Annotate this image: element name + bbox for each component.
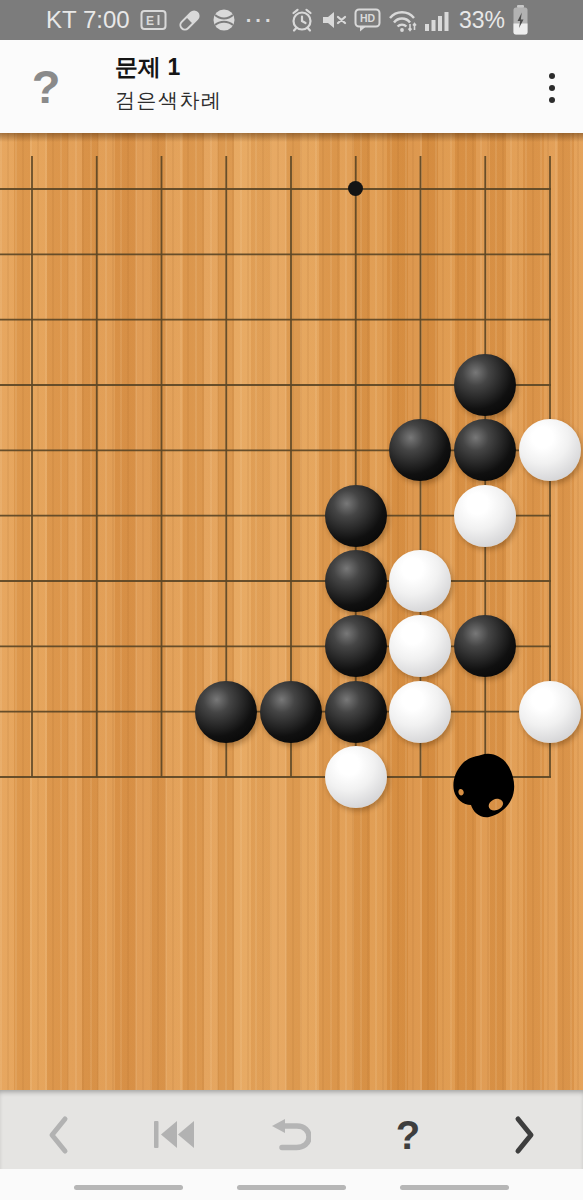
more-notifications-icon: ··· bbox=[246, 0, 275, 40]
white-stone bbox=[519, 419, 581, 481]
svg-text:HD: HD bbox=[360, 12, 376, 24]
black-stone bbox=[195, 681, 257, 743]
undo-button[interactable] bbox=[233, 1090, 350, 1169]
white-stone bbox=[389, 615, 451, 677]
star-point bbox=[348, 181, 363, 196]
carrier-time-text: KT 7:00 bbox=[46, 6, 130, 34]
status-left-group: KT 7:00 E ··· bbox=[46, 0, 275, 40]
notification-ball-icon bbox=[212, 8, 236, 32]
menu-dot bbox=[549, 85, 555, 91]
home-key[interactable] bbox=[237, 1185, 346, 1190]
chevron-left-icon bbox=[46, 1115, 70, 1155]
white-stone bbox=[325, 746, 387, 808]
recents-key[interactable] bbox=[74, 1185, 183, 1190]
black-stone bbox=[260, 681, 322, 743]
next-button[interactable] bbox=[466, 1090, 583, 1169]
stones-grid bbox=[0, 156, 582, 809]
rewind-icon bbox=[154, 1121, 195, 1148]
battery-percent-text: 33% bbox=[459, 7, 505, 34]
menu-dot bbox=[549, 73, 555, 79]
chevron-right-icon bbox=[513, 1115, 537, 1155]
android-navigation-bar bbox=[0, 1169, 583, 1200]
black-stone bbox=[454, 615, 516, 677]
black-stone bbox=[325, 681, 387, 743]
signal-bars-icon bbox=[424, 9, 450, 32]
go-to-start-button[interactable] bbox=[117, 1090, 234, 1169]
question-mark-icon: ? bbox=[396, 1115, 420, 1155]
overflow-menu-button[interactable] bbox=[537, 66, 567, 110]
svg-text:E: E bbox=[146, 14, 154, 28]
white-stone bbox=[519, 681, 581, 743]
status-right-group: HD 33% bbox=[289, 5, 529, 35]
help-button[interactable]: ? bbox=[20, 56, 72, 118]
white-stone bbox=[389, 681, 451, 743]
back-button[interactable] bbox=[0, 1090, 117, 1169]
notification-pill-icon bbox=[177, 8, 202, 33]
black-stone bbox=[325, 615, 387, 677]
battery-charging-icon bbox=[512, 5, 529, 35]
turn-indicator: 검은색차례 bbox=[115, 87, 223, 114]
page-title: 문제 1 bbox=[115, 53, 223, 81]
back-key[interactable] bbox=[400, 1185, 509, 1190]
controls-bar: ? bbox=[0, 1090, 583, 1169]
notification-book-icon: E bbox=[140, 7, 167, 33]
mute-icon bbox=[322, 9, 347, 31]
hint-button[interactable]: ? bbox=[350, 1090, 467, 1169]
go-board[interactable] bbox=[0, 133, 583, 1090]
hd-voice-icon: HD bbox=[354, 8, 381, 33]
black-stone bbox=[325, 550, 387, 612]
alarm-icon bbox=[289, 7, 315, 33]
black-stone bbox=[454, 419, 516, 481]
white-stone bbox=[454, 485, 516, 547]
white-stone bbox=[389, 550, 451, 612]
menu-dot bbox=[549, 97, 555, 103]
black-stone bbox=[389, 419, 451, 481]
status-bar: KT 7:00 E ··· bbox=[0, 0, 583, 40]
undo-arrow-icon bbox=[271, 1119, 311, 1151]
black-stone bbox=[325, 485, 387, 547]
app-header: ? 문제 1 검은색차례 bbox=[0, 40, 583, 133]
black-stone bbox=[454, 354, 516, 416]
wifi-icon bbox=[388, 7, 417, 33]
title-block: 문제 1 검은색차례 bbox=[115, 53, 223, 114]
hand-drawn-stone bbox=[449, 751, 519, 821]
